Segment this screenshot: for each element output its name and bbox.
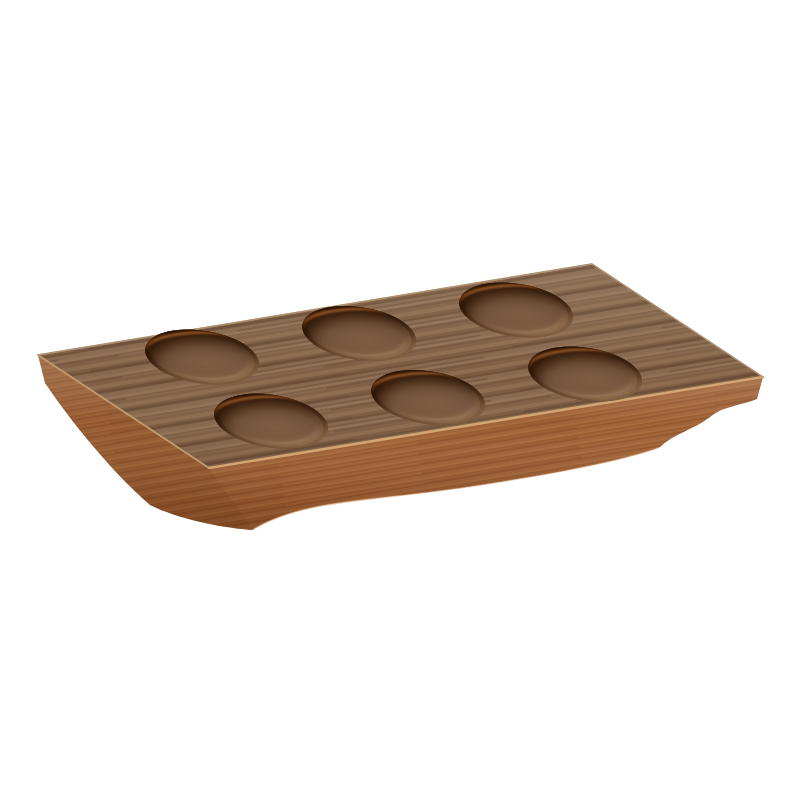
pit-r2-c2[interactable] xyxy=(350,364,505,432)
pit-r2-c3[interactable] xyxy=(507,340,662,408)
pit-r1-c1[interactable] xyxy=(124,323,279,391)
product-photo-stage xyxy=(0,0,800,800)
pit-r2-c1[interactable] xyxy=(193,387,348,455)
pit-r1-c3[interactable] xyxy=(438,276,593,344)
pit-r1-c2[interactable] xyxy=(281,300,436,368)
